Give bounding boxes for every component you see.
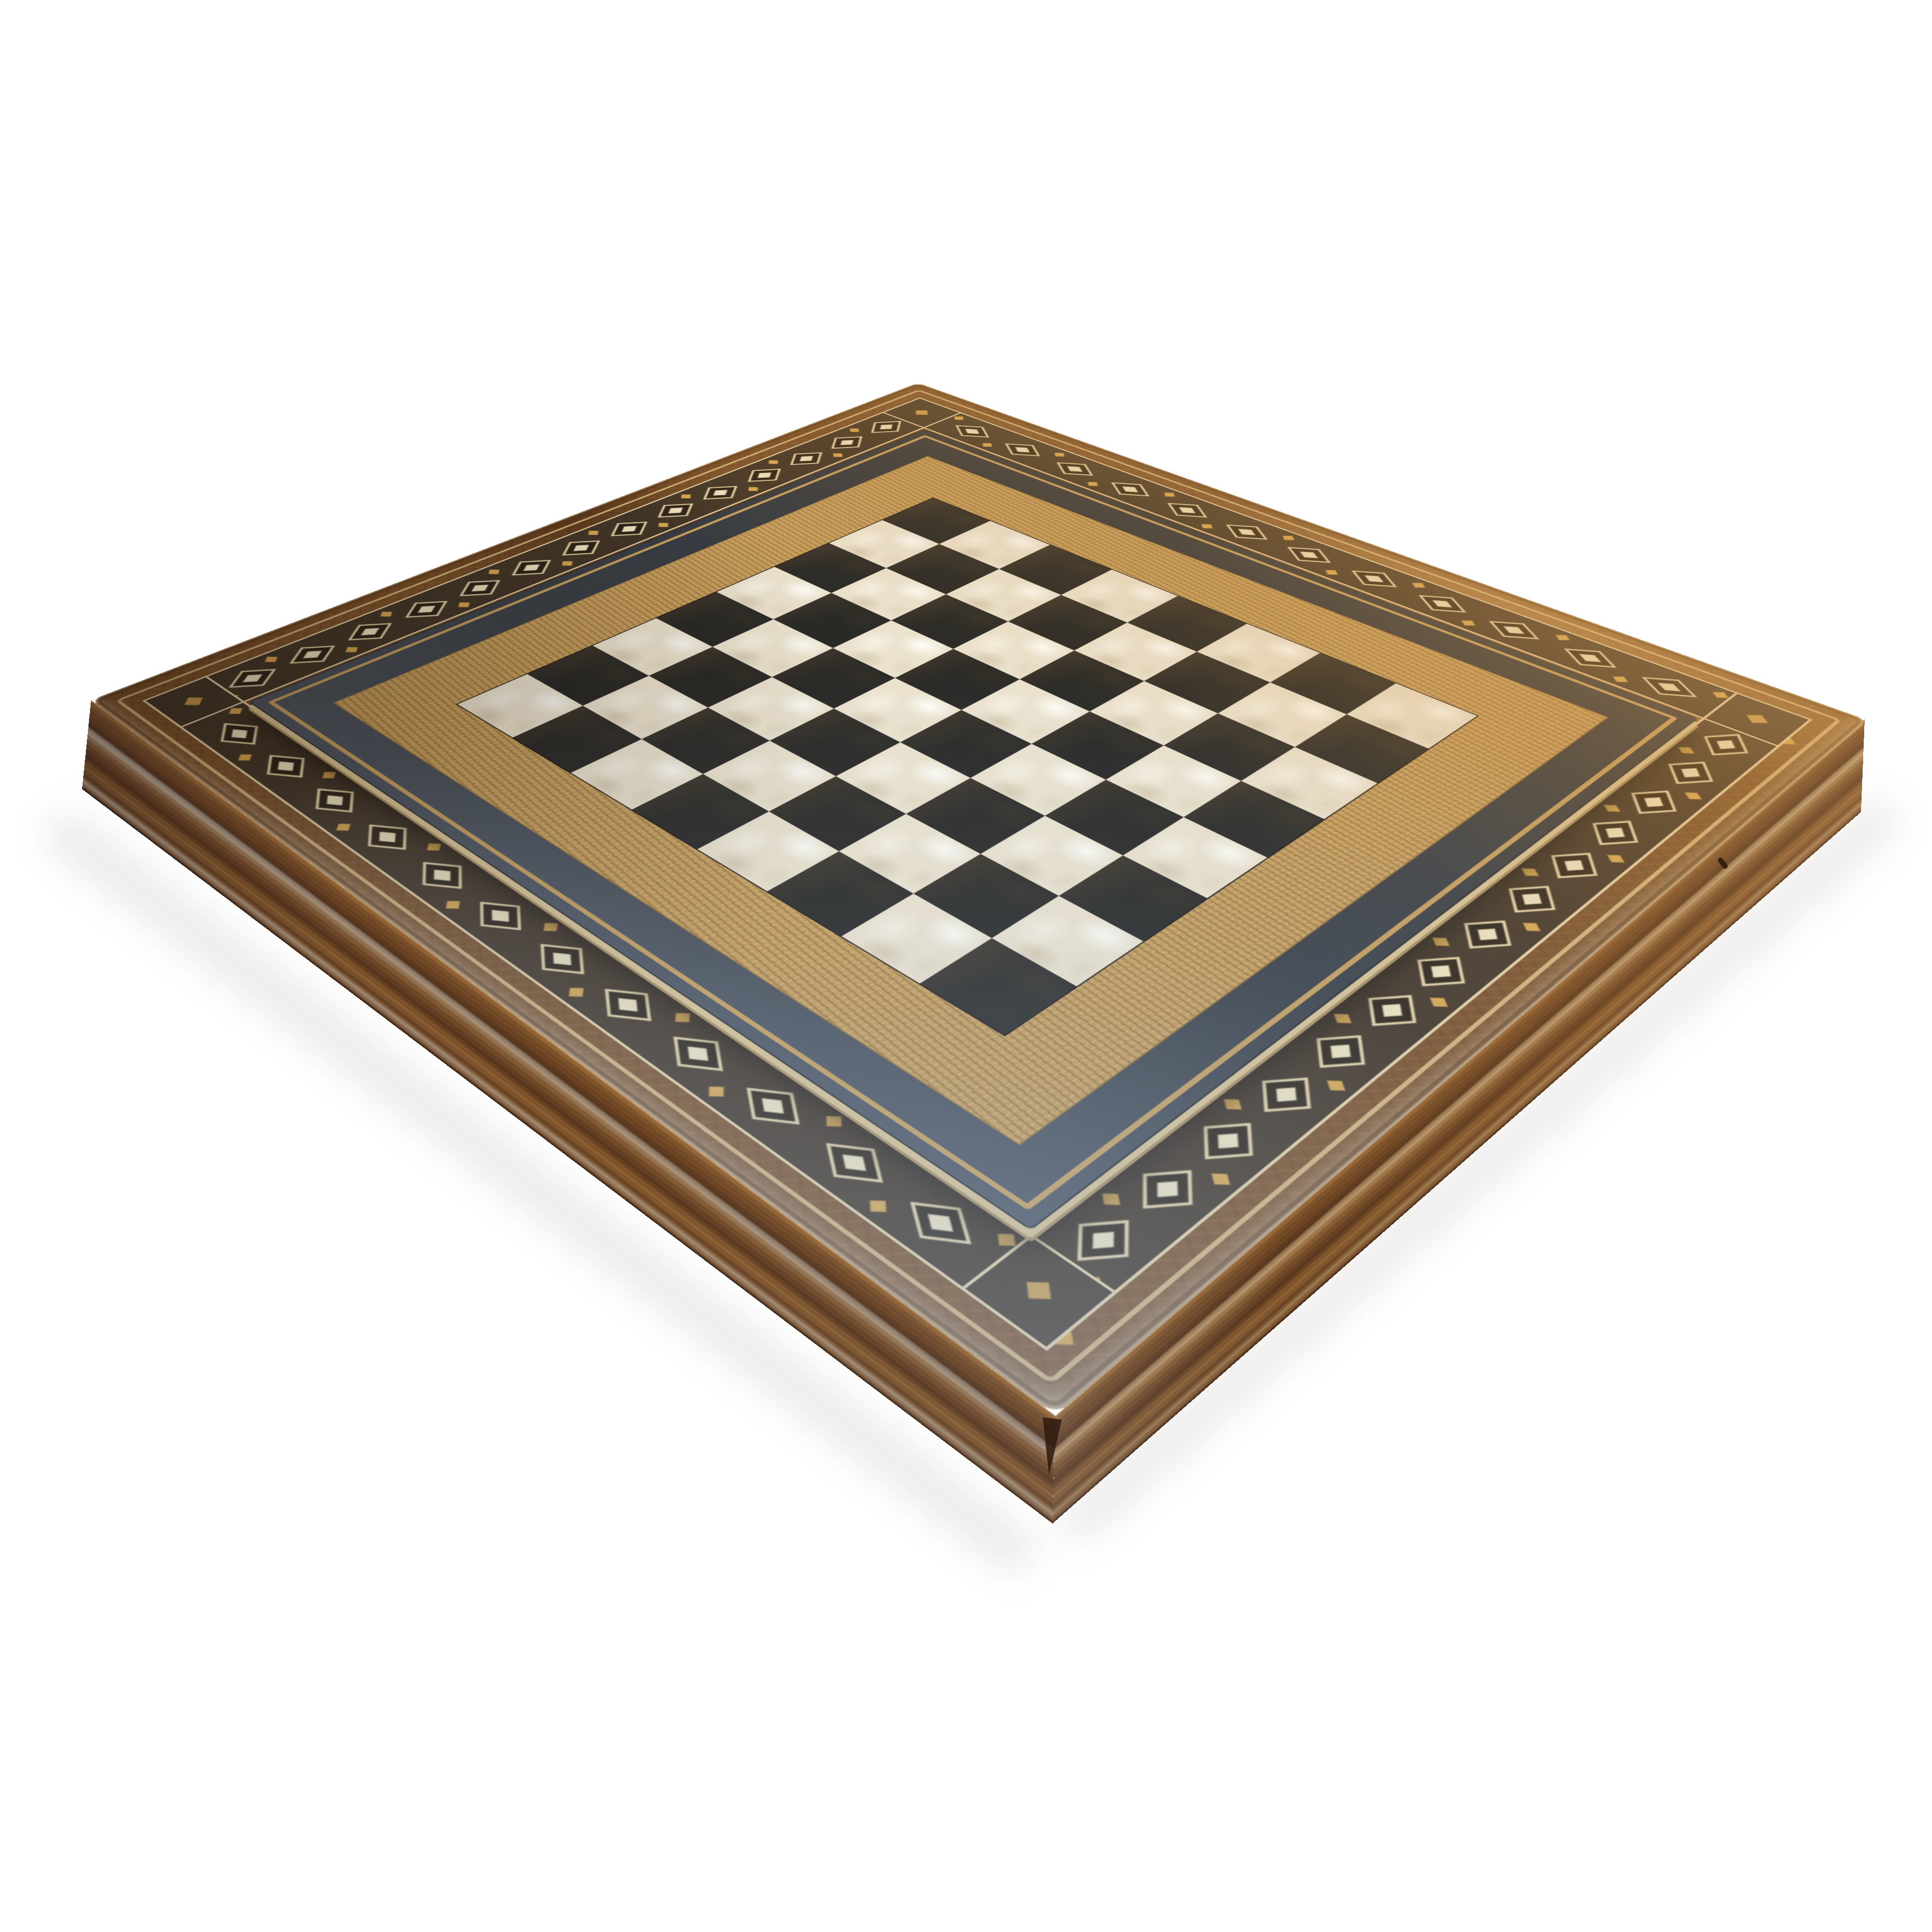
product-photo-stage: Empty walnut chess board cabinet with pe… [0, 0, 1932, 1932]
